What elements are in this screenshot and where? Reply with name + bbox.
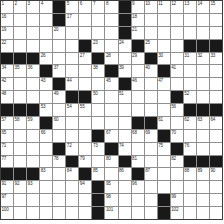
cell-r2c1[interactable]: 16 [1,14,13,26]
cell-r11c9[interactable]: 67 [105,130,117,142]
cell-r8c1[interactable]: 48 [1,91,13,103]
cell-r10c6[interactable] [66,117,78,129]
cell-r2c14[interactable] [171,14,183,26]
cell-r1c6[interactable]: 5 [66,1,78,13]
cell-r1c14[interactable]: 12 [171,1,183,13]
cell-r16c9[interactable]: 98 [105,194,117,206]
cell-r10c10[interactable] [119,117,131,129]
clue-number: 51 [119,91,124,96]
cell-r1c15[interactable]: 13 [184,1,196,13]
clue-number: 64 [210,117,215,122]
cell-r8c13[interactable] [158,91,170,103]
cell-r4c1[interactable]: 22 [1,40,13,52]
cell-r3c6[interactable] [66,27,78,39]
cell-r12c6[interactable]: 72 [66,143,78,155]
clue-number: 56 [171,104,176,109]
cell-r9c12[interactable] [145,104,157,116]
cell-r11c1[interactable]: 65 [1,130,13,142]
cell-r3c17[interactable] [210,27,222,39]
cell-r3c5[interactable]: 20 [53,27,65,39]
cell-r8c12[interactable] [145,91,157,103]
cell-r15c2[interactable]: 92 [14,181,26,193]
cell-r2c2[interactable] [14,14,26,26]
cell-r12c17[interactable] [210,143,222,155]
cell-r10c3[interactable]: 59 [27,117,39,129]
cell-r12c7[interactable] [79,143,91,155]
cell-r6c7[interactable] [79,65,91,77]
cell-r2c4[interactable] [40,14,52,26]
cell-r6c11[interactable] [132,65,144,77]
cell-r12c4[interactable] [40,143,52,155]
black-cell-r2c10 [119,14,131,26]
cell-r5c6[interactable] [66,53,78,65]
cell-r4c2[interactable] [14,40,26,52]
cell-r17c6[interactable] [66,207,78,219]
cell-r11c14[interactable]: 70 [171,130,183,142]
cell-r5c14[interactable] [171,53,183,65]
cell-r16c10[interactable] [119,194,131,206]
cell-r2c12[interactable] [145,14,157,26]
cell-r13c12[interactable] [145,156,157,168]
cell-r17c10[interactable] [119,207,131,219]
cell-r3c7[interactable] [79,27,91,39]
cell-r1c2[interactable]: 2 [14,1,26,13]
black-cell-r9c2 [14,104,26,116]
cell-r7c14[interactable] [171,78,183,90]
cell-r15c12[interactable] [145,181,157,193]
black-cell-r10c11 [132,117,144,129]
clue-number: 25 [145,40,150,45]
cell-r2c11[interactable]: 18 [132,14,144,26]
cell-r9c14[interactable]: 56 [171,104,183,116]
cell-r10c7[interactable] [79,117,91,129]
cell-r16c4[interactable] [40,194,52,206]
black-cell-r17c8 [92,207,104,219]
black-cell-r7c5 [53,78,65,90]
cell-r10c16[interactable]: 63 [197,117,209,129]
black-cell-r14c3 [27,168,39,180]
clue-number: 42 [2,78,7,83]
cell-r9c7[interactable]: 55 [79,104,91,116]
black-cell-r6c9 [105,65,117,77]
cell-r17c2[interactable] [14,207,26,219]
clue-number: 91 [2,181,7,186]
cell-r12c1[interactable]: 71 [1,143,13,155]
cell-r17c15[interactable] [184,207,196,219]
cell-r7c4[interactable]: 43 [40,78,52,90]
cell-r14c6[interactable]: 84 [66,168,78,180]
clue-number: 43 [41,78,46,83]
cell-r13c7[interactable]: 79 [79,156,91,168]
clue-number: 41 [171,65,176,70]
cell-r12c15[interactable]: 76 [184,143,196,155]
cell-r16c17[interactable] [210,194,222,206]
cell-r7c6[interactable]: 44 [66,78,78,90]
cell-r11c5[interactable] [53,130,65,142]
cell-r15c6[interactable] [66,181,78,193]
black-cell-r13c15 [184,156,196,168]
clue-number: 33 [210,53,215,58]
cell-r11c3[interactable] [27,130,39,142]
cell-r14c8[interactable]: 85 [92,168,104,180]
cell-r13c9[interactable]: 80 [105,156,117,168]
cell-r17c1[interactable]: 100 [1,207,13,219]
cell-r14c15[interactable]: 88 [184,168,196,180]
cell-r14c16[interactable]: 89 [197,168,209,180]
cell-r6c14[interactable]: 41 [171,65,183,77]
cell-r12c11[interactable] [132,143,144,155]
cell-r3c14[interactable] [171,27,183,39]
cell-r1c9[interactable]: 8 [105,1,117,13]
cell-r13c14[interactable]: 82 [171,156,183,168]
cell-r6c8[interactable]: 38 [92,65,104,77]
cell-r3c8[interactable] [92,27,104,39]
cell-r3c12[interactable] [145,27,157,39]
clue-number: 79 [80,156,85,161]
cell-r2c15[interactable] [184,14,196,26]
cell-r3c13[interactable] [158,27,170,39]
cell-r4c10[interactable]: 24 [119,40,131,52]
cell-r8c2[interactable] [14,91,26,103]
cell-r12c10[interactable]: 74 [119,143,131,155]
cell-r17c14[interactable]: 102 [171,207,183,219]
clue-number: 92 [15,181,20,186]
black-cell-r4c16 [197,40,209,52]
cell-r9c9[interactable] [105,104,117,116]
cell-r1c3[interactable]: 3 [27,1,39,13]
cell-r10c2[interactable]: 58 [14,117,26,129]
cell-r15c1[interactable]: 91 [1,181,13,193]
cell-r8c15[interactable]: 52 [184,91,196,103]
cell-r17c7[interactable] [79,207,91,219]
cell-r16c12[interactable] [145,194,157,206]
cell-r5c15[interactable]: 31 [184,53,196,65]
cell-r4c6[interactable] [66,40,78,52]
clue-number: 70 [171,130,176,135]
clue-number: 5 [67,1,69,6]
cell-r11c6[interactable] [66,130,78,142]
cell-r1c12[interactable]: 10 [145,1,157,13]
cell-r11c12[interactable]: 69 [145,130,157,142]
clue-number: 95 [106,181,111,186]
black-cell-r4c15 [184,40,196,52]
cell-r16c1[interactable]: 97 [1,194,13,206]
cell-r4c14[interactable] [171,40,183,52]
cell-r7c11[interactable]: 46 [132,78,144,90]
clue-number: 90 [210,168,215,173]
cell-r4c3[interactable] [27,40,39,52]
cell-r6c6[interactable] [66,65,78,77]
cell-r7c3[interactable] [27,78,39,90]
cell-r15c17[interactable] [210,181,222,193]
cell-r15c13[interactable] [158,181,170,193]
cell-r7c8[interactable] [92,78,104,90]
cell-r11c16[interactable] [197,130,209,142]
cell-r7c15[interactable] [184,78,196,90]
cell-r3c1[interactable]: 19 [1,27,13,39]
clue-number: 9 [132,1,134,6]
black-cell-r16c13 [158,194,170,206]
clue-number: 19 [2,27,7,32]
cell-r10c14[interactable] [171,117,183,129]
clue-number: 83 [41,168,46,173]
cell-r1c13[interactable]: 11 [158,1,170,13]
cell-r8c10[interactable]: 51 [119,91,131,103]
cell-r13c5[interactable]: 78 [53,156,65,168]
cell-r2c13[interactable] [158,14,170,26]
cell-r6c3[interactable]: 36 [27,65,39,77]
cell-r14c13[interactable] [158,168,170,180]
clue-number: 16 [2,14,7,19]
cell-r13c4[interactable] [40,156,52,168]
cell-r10c5[interactable]: 60 [53,117,65,129]
cell-r3c2[interactable] [14,27,26,39]
cell-r16c3[interactable] [27,194,39,206]
cell-r4c13[interactable] [158,40,170,52]
cell-r8c3[interactable] [27,91,39,103]
cell-r16c15[interactable] [184,194,196,206]
cell-r17c11[interactable] [132,207,144,219]
clue-number: 93 [28,181,33,186]
cell-r13c1[interactable]: 77 [1,156,13,168]
cell-r1c4[interactable]: 4 [40,1,52,13]
cell-r14c4[interactable]: 83 [40,168,52,180]
black-cell-r9c1 [1,104,13,116]
cell-r15c4[interactable] [40,181,52,193]
cell-r9c8[interactable] [92,104,104,116]
cell-r15c5[interactable] [53,181,65,193]
cell-r17c16[interactable] [197,207,209,219]
cell-r5c10[interactable] [119,53,131,65]
cell-r6c16[interactable] [197,65,209,77]
cell-r2c7[interactable] [79,14,91,26]
cell-r1c17[interactable]: 15 [210,1,222,13]
cell-r11c10[interactable] [119,130,131,142]
cell-r4c12[interactable]: 25 [145,40,157,52]
cell-r16c5[interactable] [53,194,65,206]
cell-r5c9[interactable]: 28 [105,53,117,65]
clue-number: 23 [93,40,98,45]
cell-r17c5[interactable] [53,207,65,219]
clue-number: 58 [15,117,20,122]
black-cell-r10c12 [145,117,157,129]
clue-number: 21 [132,27,137,32]
cell-r9c5[interactable] [53,104,65,116]
cell-r14c12[interactable]: 87 [145,168,157,180]
clue-number: 62 [184,117,189,122]
cell-r9c10[interactable] [119,104,131,116]
cell-r11c15[interactable] [184,130,196,142]
cell-r10c13[interactable]: 61 [158,117,170,129]
cell-r10c9[interactable] [105,117,117,129]
cell-r7c17[interactable] [210,78,222,90]
cell-r3c3[interactable] [27,27,39,39]
cell-r8c8[interactable]: 50 [92,91,104,103]
cell-r5c16[interactable]: 32 [197,53,209,65]
cell-r6c10[interactable]: 39 [119,65,131,77]
cell-r8c11[interactable] [132,91,144,103]
black-cell-r14c11 [132,168,144,180]
cell-r5c11[interactable]: 29 [132,53,144,65]
cell-r4c9[interactable] [105,40,117,52]
cell-r6c5[interactable]: 37 [53,65,65,77]
cell-r12c3[interactable] [27,143,39,155]
cell-r15c9[interactable]: 95 [105,181,117,193]
cell-r8c17[interactable] [210,91,222,103]
cell-r4c8[interactable]: 23 [92,40,104,52]
black-cell-r9c3 [27,104,39,116]
cell-r16c14[interactable]: 99 [171,194,183,206]
cell-r15c16[interactable] [197,181,209,193]
cell-r2c16[interactable] [197,14,209,26]
cell-r3c4[interactable] [40,27,52,39]
cell-r5c4[interactable]: 26 [40,53,52,65]
cell-r11c17[interactable] [210,130,222,142]
cell-r5c13[interactable]: 30 [158,53,170,65]
cell-r8c4[interactable] [40,91,52,103]
cell-r13c3[interactable] [27,156,39,168]
cell-r9c4[interactable]: 53 [40,104,52,116]
cell-r3c16[interactable] [197,27,209,39]
clue-number: 18 [132,14,137,19]
cell-r6c17[interactable] [210,65,222,77]
cell-r13c8[interactable] [92,156,104,168]
cell-r13c11[interactable]: 81 [132,156,144,168]
black-cell-r3c10 [119,27,131,39]
cell-r12c2[interactable] [14,143,26,155]
clue-number: 59 [28,117,33,122]
cell-r13c13[interactable] [158,156,170,168]
cell-r4c5[interactable] [53,40,65,52]
cell-r11c2[interactable] [14,130,26,142]
cell-r3c9[interactable] [105,27,117,39]
cell-r9c11[interactable] [132,104,144,116]
clue-number: 78 [54,156,59,161]
black-cell-r14c7 [79,168,91,180]
cell-r9c6[interactable]: 54 [66,104,78,116]
cell-r5c7[interactable]: 27 [79,53,91,65]
cell-r8c16[interactable] [197,91,209,103]
black-cell-r4c11 [132,40,144,52]
clue-number: 36 [28,65,33,70]
clue-number: 26 [41,53,46,58]
cell-r14c9[interactable] [105,168,117,180]
cell-r14c17[interactable]: 90 [210,168,222,180]
cell-r14c10[interactable]: 86 [119,168,131,180]
cell-r5c17[interactable]: 33 [210,53,222,65]
cell-r10c8[interactable] [92,117,104,129]
cell-r2c17[interactable] [210,14,222,26]
cell-r7c12[interactable] [145,78,157,90]
cell-r17c3[interactable] [27,207,39,219]
black-cell-r7c10 [119,78,131,90]
cell-r7c1[interactable]: 42 [1,78,13,90]
cell-r10c17[interactable]: 64 [210,117,222,129]
cell-r16c2[interactable] [14,194,26,206]
cell-r7c9[interactable]: 45 [105,78,117,90]
cell-r2c9[interactable] [105,14,117,26]
cell-r15c14[interactable] [171,181,183,193]
black-cell-r4c7 [79,40,91,52]
clue-number: 67 [106,130,111,135]
cell-r8c5[interactable]: 49 [53,91,65,103]
cell-r17c4[interactable] [40,207,52,219]
cell-r12c13[interactable]: 75 [158,143,170,155]
cell-r3c15[interactable] [184,27,196,39]
cell-r14c5[interactable] [53,168,65,180]
cell-r10c15[interactable]: 62 [184,117,196,129]
cell-r6c1[interactable]: 34 [1,65,13,77]
cell-r1c16[interactable]: 14 [197,1,209,13]
cell-r16c11[interactable] [132,194,144,206]
cell-r4c4[interactable] [40,40,52,52]
clue-number: 20 [54,27,59,32]
cell-r15c10[interactable] [119,181,131,193]
cell-r2c3[interactable] [27,14,39,26]
black-cell-r4c17 [210,40,222,52]
cell-r8c9[interactable] [105,91,117,103]
cell-r13c2[interactable] [14,156,26,168]
cell-r16c7[interactable] [79,194,91,206]
cell-r17c12[interactable] [145,207,157,219]
cell-r2c8[interactable] [92,14,104,26]
cell-r17c17[interactable] [210,207,222,219]
cell-r12c12[interactable] [145,143,157,155]
clue-number: 61 [158,117,163,122]
clue-number: 44 [67,78,72,83]
black-cell-r9c15 [184,104,196,116]
cell-r7c16[interactable] [197,78,209,90]
cell-r1c8[interactable]: 7 [92,1,104,13]
cell-r17c9[interactable]: 101 [105,207,117,219]
clue-number: 37 [54,65,59,70]
cell-r6c12[interactable]: 40 [145,65,157,77]
clue-number: 46 [132,78,137,83]
black-cell-r12c14 [171,143,183,155]
cell-r9c13[interactable] [158,104,170,116]
clue-number: 54 [67,104,72,109]
cell-r11c4[interactable]: 66 [40,130,52,142]
cell-r7c2[interactable] [14,78,26,90]
clue-number: 13 [184,1,189,6]
cell-r15c11[interactable]: 96 [132,181,144,193]
cell-r3c11[interactable]: 21 [132,27,144,39]
clue-number: 102 [171,207,178,212]
cell-r2c6[interactable]: 17 [66,14,78,26]
cell-r6c15[interactable] [184,65,196,77]
cell-r5c5[interactable] [53,53,65,65]
black-cell-r8c6 [66,91,78,103]
cell-r16c16[interactable] [197,194,209,206]
cell-r12c16[interactable] [197,143,209,155]
cell-r15c7[interactable]: 94 [79,181,91,193]
cell-r1c1[interactable]: 1 [1,1,13,13]
cell-r11c11[interactable]: 68 [132,130,144,142]
cell-r10c1[interactable]: 57 [1,117,13,129]
cell-r1c11[interactable]: 9 [132,1,144,13]
cell-r7c7[interactable] [79,78,91,90]
clue-number: 12 [171,1,176,6]
cell-r6c2[interactable]: 35 [14,65,26,77]
cell-r12c8[interactable]: 73 [92,143,104,155]
cell-r7c13[interactable]: 47 [158,78,170,90]
cell-r15c15[interactable] [184,181,196,193]
cell-r11c7[interactable] [79,130,91,142]
cell-r15c3[interactable]: 93 [27,181,39,193]
cell-r14c14[interactable] [171,168,183,180]
cell-r16c6[interactable] [66,194,78,206]
cell-r1c7[interactable]: 6 [79,1,91,13]
